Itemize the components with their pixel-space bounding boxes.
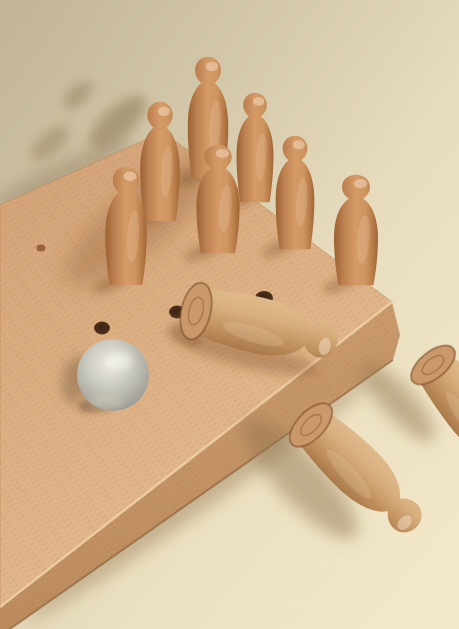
ball-highlight <box>106 352 132 370</box>
ball-reflected-light <box>88 395 124 409</box>
bowling-ball <box>77 339 149 411</box>
bowling-scene <box>0 0 459 629</box>
wood-knot <box>37 245 46 252</box>
scene-svg <box>0 0 459 629</box>
pin-hole <box>94 322 110 335</box>
